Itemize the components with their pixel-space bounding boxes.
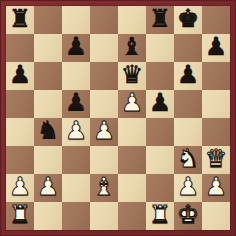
square-b2[interactable]: ♟: [34, 174, 62, 202]
square-d8[interactable]: [90, 6, 118, 34]
piece-black-pawn: ♟: [65, 33, 87, 61]
square-d7[interactable]: [90, 34, 118, 62]
square-h6[interactable]: [202, 62, 230, 90]
square-b1[interactable]: [34, 202, 62, 230]
square-a3[interactable]: [6, 146, 34, 174]
square-g5[interactable]: [174, 90, 202, 118]
piece-black-knight: ♞: [37, 117, 59, 145]
square-f5[interactable]: ♟: [146, 90, 174, 118]
square-h1[interactable]: [202, 202, 230, 230]
board-frame: ♜♜♚♟♝♟♟♛♟♟♟♟♞♟♟♞♛♟♟♝♟♟♜♜♚: [0, 0, 236, 236]
square-d3[interactable]: [90, 146, 118, 174]
square-d6[interactable]: [90, 62, 118, 90]
square-b4[interactable]: ♞: [34, 118, 62, 146]
square-d5[interactable]: [90, 90, 118, 118]
square-g4[interactable]: [174, 118, 202, 146]
square-a4[interactable]: [6, 118, 34, 146]
square-c4[interactable]: ♟: [62, 118, 90, 146]
square-e6[interactable]: ♛: [118, 62, 146, 90]
piece-white-pawn: ♟: [177, 173, 199, 201]
square-f1[interactable]: ♜: [146, 202, 174, 230]
square-h8[interactable]: [202, 6, 230, 34]
square-e7[interactable]: ♝: [118, 34, 146, 62]
piece-white-pawn: ♟: [205, 173, 227, 201]
piece-black-rook: ♜: [149, 5, 171, 33]
square-c2[interactable]: [62, 174, 90, 202]
square-b8[interactable]: [34, 6, 62, 34]
square-a5[interactable]: [6, 90, 34, 118]
piece-white-pawn: ♟: [93, 117, 115, 145]
square-a6[interactable]: ♟: [6, 62, 34, 90]
piece-white-bishop: ♝: [93, 173, 115, 201]
piece-white-pawn: ♟: [65, 117, 87, 145]
square-c7[interactable]: ♟: [62, 34, 90, 62]
square-e3[interactable]: [118, 146, 146, 174]
square-g1[interactable]: ♚: [174, 202, 202, 230]
square-a7[interactable]: [6, 34, 34, 62]
square-g7[interactable]: [174, 34, 202, 62]
square-f3[interactable]: [146, 146, 174, 174]
square-a8[interactable]: ♜: [6, 6, 34, 34]
square-b5[interactable]: [34, 90, 62, 118]
piece-black-pawn: ♟: [177, 61, 199, 89]
square-e5[interactable]: ♟: [118, 90, 146, 118]
square-g8[interactable]: ♚: [174, 6, 202, 34]
square-d1[interactable]: [90, 202, 118, 230]
piece-white-knight: ♞: [177, 145, 199, 173]
square-a2[interactable]: ♟: [6, 174, 34, 202]
piece-white-pawn: ♟: [9, 173, 31, 201]
piece-black-pawn: ♟: [205, 33, 227, 61]
square-c3[interactable]: [62, 146, 90, 174]
square-g6[interactable]: ♟: [174, 62, 202, 90]
chess-board: ♜♜♚♟♝♟♟♛♟♟♟♟♞♟♟♞♛♟♟♝♟♟♜♜♚: [6, 6, 230, 230]
piece-white-pawn: ♟: [37, 173, 59, 201]
square-b7[interactable]: [34, 34, 62, 62]
piece-white-rook: ♜: [9, 201, 31, 229]
piece-black-rook: ♜: [9, 5, 31, 33]
piece-white-queen: ♛: [205, 145, 227, 173]
square-e8[interactable]: [118, 6, 146, 34]
square-f2[interactable]: [146, 174, 174, 202]
square-h4[interactable]: [202, 118, 230, 146]
piece-white-pawn: ♟: [121, 89, 143, 117]
square-e4[interactable]: [118, 118, 146, 146]
piece-white-king: ♚: [177, 201, 199, 229]
square-h5[interactable]: [202, 90, 230, 118]
square-h7[interactable]: ♟: [202, 34, 230, 62]
piece-black-pawn: ♟: [9, 61, 31, 89]
square-f7[interactable]: [146, 34, 174, 62]
square-f4[interactable]: [146, 118, 174, 146]
square-e1[interactable]: [118, 202, 146, 230]
piece-black-pawn: ♟: [149, 89, 171, 117]
square-c5[interactable]: ♟: [62, 90, 90, 118]
square-g2[interactable]: ♟: [174, 174, 202, 202]
square-d2[interactable]: ♝: [90, 174, 118, 202]
square-f8[interactable]: ♜: [146, 6, 174, 34]
square-h2[interactable]: ♟: [202, 174, 230, 202]
piece-black-king: ♚: [177, 5, 199, 33]
square-e2[interactable]: [118, 174, 146, 202]
piece-black-queen: ♛: [121, 61, 143, 89]
square-c8[interactable]: [62, 6, 90, 34]
square-c6[interactable]: [62, 62, 90, 90]
square-g3[interactable]: ♞: [174, 146, 202, 174]
piece-black-pawn: ♟: [65, 89, 87, 117]
piece-white-rook: ♜: [149, 201, 171, 229]
square-f6[interactable]: [146, 62, 174, 90]
square-b3[interactable]: [34, 146, 62, 174]
square-c1[interactable]: [62, 202, 90, 230]
square-h3[interactable]: ♛: [202, 146, 230, 174]
square-b6[interactable]: [34, 62, 62, 90]
square-a1[interactable]: ♜: [6, 202, 34, 230]
piece-black-bishop: ♝: [121, 33, 143, 61]
square-d4[interactable]: ♟: [90, 118, 118, 146]
